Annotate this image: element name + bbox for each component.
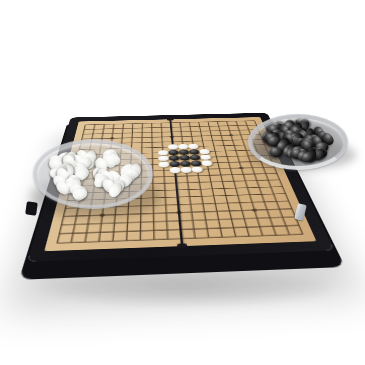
white-stone bbox=[191, 166, 203, 172]
black-bowl-stone bbox=[270, 147, 283, 157]
black-bowl-stones bbox=[248, 114, 348, 170]
white-stone bbox=[158, 161, 169, 167]
black-stone bbox=[191, 160, 202, 166]
white-stone bbox=[201, 160, 213, 166]
white-stone-bowl bbox=[33, 139, 153, 209]
go-set-photo bbox=[0, 0, 365, 365]
white-stone bbox=[168, 144, 178, 149]
board-ground-shadow bbox=[40, 268, 332, 306]
black-stone bbox=[169, 161, 180, 167]
white-bowl-stones bbox=[33, 139, 153, 209]
white-stone bbox=[180, 167, 191, 173]
black-stone-bowl bbox=[248, 114, 348, 170]
white-stone bbox=[188, 144, 199, 149]
white-stone bbox=[178, 144, 188, 149]
black-stone bbox=[180, 161, 191, 167]
white-stone bbox=[169, 167, 180, 173]
